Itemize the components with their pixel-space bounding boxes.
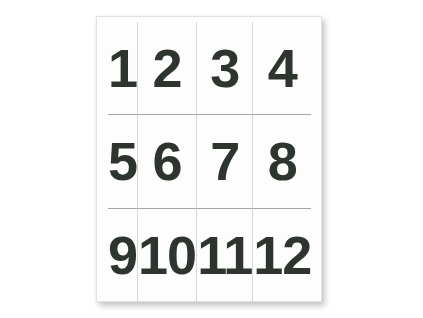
card-number-3: 3: [210, 41, 239, 95]
card-sheet: 1 2 3 4 5 6 7 8 9 10 11 12: [96, 16, 322, 302]
card-cell-3: 3: [197, 22, 253, 115]
card-cell-12: 12: [253, 209, 311, 302]
card-number-8: 8: [268, 134, 297, 188]
card-number-1: 1: [108, 41, 137, 95]
card-cell-9: 9: [108, 209, 138, 302]
card-number-5: 5: [108, 134, 137, 188]
card-cell-10: 10: [138, 209, 197, 302]
card-number-12: 12: [253, 228, 311, 282]
card-cell-8: 8: [253, 115, 311, 208]
card-cell-2: 2: [138, 22, 197, 115]
card-number-2: 2: [153, 41, 182, 95]
card-number-10: 10: [138, 228, 196, 282]
card-cell-1: 1: [108, 22, 138, 115]
card-cell-4: 4: [253, 22, 311, 115]
card-number-6: 6: [153, 134, 182, 188]
card-number-4: 4: [268, 41, 297, 95]
card-number-9: 9: [108, 228, 137, 282]
card-cell-5: 5: [108, 115, 138, 208]
card-cell-11: 11: [197, 209, 253, 302]
card-number-7: 7: [210, 134, 239, 188]
card-number-11: 11: [197, 228, 252, 282]
number-grid: 1 2 3 4 5 6 7 8 9 10 11 12: [108, 22, 308, 302]
card-cell-7: 7: [197, 115, 253, 208]
card-cell-6: 6: [138, 115, 197, 208]
